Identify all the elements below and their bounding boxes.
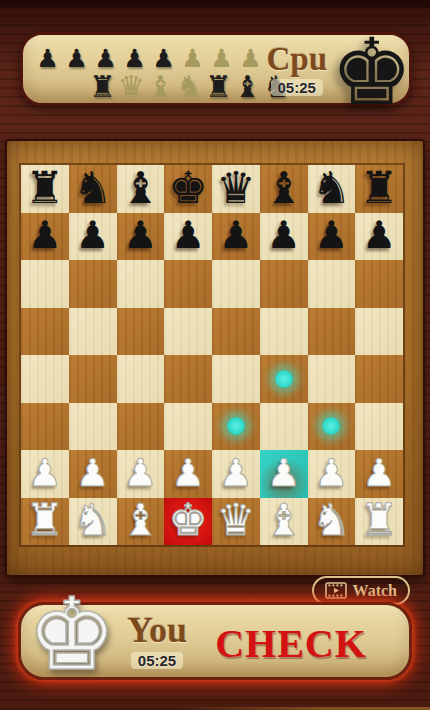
square-r8c1[interactable]: ♜: [21, 498, 69, 546]
black-king-icon: ♚: [331, 27, 413, 119]
cpu-player-panel: ♟♟♟♟♟♟♟♟ ♜♛♝♞♜♝♞ Cpu 05:25 ♚: [20, 32, 412, 106]
square-r8c4[interactable]: ♚: [164, 498, 212, 546]
you-info: You 05:25: [127, 609, 187, 670]
black-pieces-tray-row2: ♜♛♝♞♜♝♞: [59, 69, 291, 102]
white-queen: ♛: [216, 498, 255, 542]
square-r2c2[interactable]: ♟: [69, 213, 117, 261]
square-r7c4[interactable]: ♟: [164, 450, 212, 498]
captured-black-bishop-tray-icon: ♝: [146, 69, 175, 102]
white-pawn: ♟: [267, 454, 301, 492]
square-r1c4[interactable]: ♚: [164, 165, 212, 213]
square-r7c1[interactable]: ♟: [21, 450, 69, 498]
square-r7c8[interactable]: ♟: [355, 450, 403, 498]
square-r7c7[interactable]: ♟: [308, 450, 356, 498]
square-r6c8[interactable]: [355, 403, 403, 451]
square-r7c3[interactable]: ♟: [117, 450, 165, 498]
white-pawn: ♟: [76, 454, 110, 492]
chess-board: ♜♞♝♚♛♝♞♜♟♟♟♟♟♟♟♟♟♟♟♟♟♟♟♟♜♞♝♚♛♝♞♜: [5, 139, 425, 577]
square-r2c3[interactable]: ♟: [117, 213, 165, 261]
square-r8c8[interactable]: ♜: [355, 498, 403, 546]
square-r3c7[interactable]: [308, 260, 356, 308]
black-rook-tray-icon: ♜: [88, 69, 117, 102]
square-r7c2[interactable]: ♟: [69, 450, 117, 498]
cpu-timer: 05:25: [271, 79, 323, 96]
black-bishop: ♝: [121, 166, 160, 210]
you-timer: 05:25: [131, 652, 183, 669]
square-r7c6[interactable]: ♟: [260, 450, 308, 498]
cpu-info: Cpu 05:25: [266, 41, 327, 97]
square-r4c5[interactable]: [212, 308, 260, 356]
square-r8c5[interactable]: ♛: [212, 498, 260, 546]
square-r6c2[interactable]: [69, 403, 117, 451]
square-r3c1[interactable]: [21, 260, 69, 308]
square-r6c5[interactable]: [212, 403, 260, 451]
black-pieces-tray: ♟♟♟♟♟♟♟♟ ♜♛♝♞♜♝♞: [33, 38, 291, 102]
square-r4c8[interactable]: [355, 308, 403, 356]
black-rook: ♜: [359, 166, 398, 210]
cpu-name-label: Cpu: [266, 41, 327, 78]
white-pawn: ♟: [314, 454, 348, 492]
white-king: ♚: [168, 498, 207, 542]
square-r8c6[interactable]: ♝: [260, 498, 308, 546]
move-hint-dot[interactable]: [226, 416, 246, 436]
square-r6c4[interactable]: [164, 403, 212, 451]
captured-black-pawn-tray-icon: ♟: [236, 38, 265, 71]
captured-black-queen-tray-icon: ♛: [117, 69, 146, 102]
square-r6c7[interactable]: [308, 403, 356, 451]
captured-black-pawn-tray-icon: ♟: [207, 38, 236, 71]
black-pawn: ♟: [28, 216, 62, 254]
square-r1c2[interactable]: ♞: [69, 165, 117, 213]
square-r5c6[interactable]: [260, 355, 308, 403]
square-r8c7[interactable]: ♞: [308, 498, 356, 546]
white-pawn: ♟: [362, 454, 396, 492]
black-queen: ♛: [216, 166, 255, 210]
black-pawn: ♟: [219, 216, 253, 254]
black-knight: ♞: [312, 166, 351, 210]
black-bishop: ♝: [264, 166, 303, 210]
move-hint-dot[interactable]: [274, 369, 294, 389]
watch-button[interactable]: Watch: [312, 576, 410, 605]
square-r2c5[interactable]: ♟: [212, 213, 260, 261]
square-r2c1[interactable]: ♟: [21, 213, 69, 261]
white-rook: ♜: [25, 498, 64, 542]
white-rook: ♜: [359, 498, 398, 542]
square-r5c8[interactable]: [355, 355, 403, 403]
black-pawn: ♟: [171, 216, 205, 254]
square-r3c4[interactable]: [164, 260, 212, 308]
square-r1c7[interactable]: ♞: [308, 165, 356, 213]
square-r1c1[interactable]: ♜: [21, 165, 69, 213]
white-pawn: ♟: [123, 454, 157, 492]
black-bishop-tray-icon: ♝: [233, 69, 262, 102]
white-bishop: ♝: [121, 498, 160, 542]
black-pawn-tray-icon: ♟: [120, 38, 149, 71]
white-bishop: ♝: [264, 498, 303, 542]
black-king: ♚: [168, 166, 207, 210]
watch-button-label: Watch: [353, 582, 397, 600]
black-pawn-tray-icon: ♟: [62, 38, 91, 71]
black-pawn: ♟: [267, 216, 301, 254]
square-r2c8[interactable]: ♟: [355, 213, 403, 261]
you-name-label: You: [127, 609, 187, 651]
square-r1c8[interactable]: ♜: [355, 165, 403, 213]
black-rook: ♜: [25, 166, 64, 210]
black-pawn: ♟: [314, 216, 348, 254]
square-r1c5[interactable]: ♛: [212, 165, 260, 213]
move-hint-dot[interactable]: [321, 416, 341, 436]
white-pawn: ♟: [219, 454, 253, 492]
black-pawn-tray-icon: ♟: [91, 38, 120, 71]
square-r4c3[interactable]: [117, 308, 165, 356]
square-r5c5[interactable]: [212, 355, 260, 403]
square-r6c6[interactable]: [260, 403, 308, 451]
square-r3c6[interactable]: [260, 260, 308, 308]
black-pawn-tray-icon: ♟: [33, 38, 62, 71]
status-bar-strip: [0, 0, 430, 7]
square-r5c7[interactable]: [308, 355, 356, 403]
square-r1c3[interactable]: ♝: [117, 165, 165, 213]
square-r5c2[interactable]: [69, 355, 117, 403]
square-r1c6[interactable]: ♝: [260, 165, 308, 213]
you-player-panel: ♚ You 05:25 CHECK: [18, 602, 412, 680]
square-r4c2[interactable]: [69, 308, 117, 356]
black-pawn: ♟: [362, 216, 396, 254]
square-r4c6[interactable]: [260, 308, 308, 356]
white-knight: ♞: [73, 498, 112, 542]
captured-black-knight-tray-icon: ♞: [175, 69, 204, 102]
black-pawn: ♟: [76, 216, 110, 254]
square-r3c8[interactable]: [355, 260, 403, 308]
square-r6c1[interactable]: [21, 403, 69, 451]
square-r6c3[interactable]: [117, 403, 165, 451]
square-r3c3[interactable]: [117, 260, 165, 308]
square-r8c3[interactable]: ♝: [117, 498, 165, 546]
square-r5c4[interactable]: [164, 355, 212, 403]
square-r2c6[interactable]: ♟: [260, 213, 308, 261]
black-pieces-tray-row1: ♟♟♟♟♟♟♟♟: [33, 38, 291, 71]
square-r7c5[interactable]: ♟: [212, 450, 260, 498]
square-r4c1[interactable]: [21, 308, 69, 356]
white-pawn: ♟: [28, 454, 62, 492]
white-king-icon: ♚: [27, 585, 117, 685]
check-status-label: CHECK: [211, 620, 371, 667]
square-r3c5[interactable]: [212, 260, 260, 308]
square-r8c2[interactable]: ♞: [69, 498, 117, 546]
black-pawn-tray-icon: ♟: [149, 38, 178, 71]
tray-empty-slot: [59, 69, 88, 102]
black-pawn: ♟: [123, 216, 157, 254]
black-knight: ♞: [73, 166, 112, 210]
captured-black-pawn-tray-icon: ♟: [178, 38, 207, 71]
square-r2c7[interactable]: ♟: [308, 213, 356, 261]
square-r5c3[interactable]: [117, 355, 165, 403]
black-rook-tray-icon: ♜: [204, 69, 233, 102]
square-r4c4[interactable]: [164, 308, 212, 356]
square-r2c4[interactable]: ♟: [164, 213, 212, 261]
board-grid: ♜♞♝♚♛♝♞♜♟♟♟♟♟♟♟♟♟♟♟♟♟♟♟♟♜♞♝♚♛♝♞♜: [21, 165, 403, 545]
film-play-icon: [325, 582, 347, 599]
square-r4c7[interactable]: [308, 308, 356, 356]
white-knight: ♞: [312, 498, 351, 542]
square-r5c1[interactable]: [21, 355, 69, 403]
square-r3c2[interactable]: [69, 260, 117, 308]
white-pawn: ♟: [171, 454, 205, 492]
